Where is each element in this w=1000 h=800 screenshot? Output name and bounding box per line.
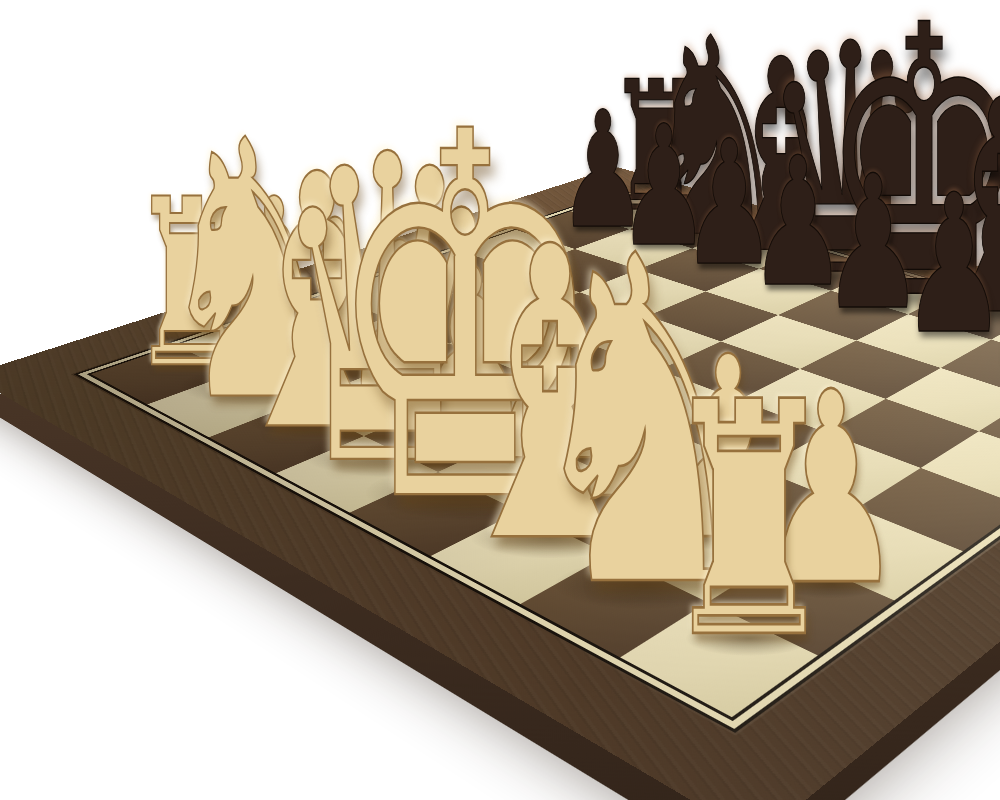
white-rook-glyph: ♜ (660, 361, 839, 683)
pieces-layer: ♜♞♝♛♚♝♞♜♟♟♟♟♟♟♟♟♟♟♟♟♟♟♟♟♜♞♝♛♚♝♞♜ (0, 0, 1000, 800)
black-pawn-glyph: ♟ (985, 189, 1000, 388)
chess-set-photo: ♜♞♝♛♚♝♞♜♟♟♟♟♟♟♟♟♟♟♟♟♟♟♟♟♜♞♝♛♚♝♞♜ (0, 0, 1000, 800)
